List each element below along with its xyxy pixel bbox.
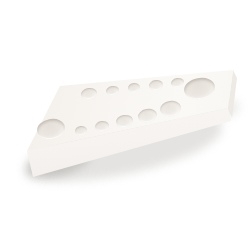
mancala-board-photo [0,0,250,250]
